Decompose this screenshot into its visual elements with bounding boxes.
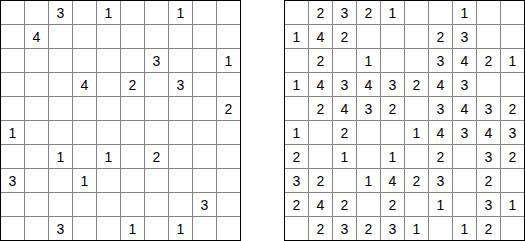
- cell-left-r7c3[interactable]: 1: [49, 145, 72, 168]
- cell-right-r10c4[interactable]: 2: [357, 217, 380, 240]
- cell-left-r8c1[interactable]: 3: [1, 169, 24, 192]
- cell-right-r7c9[interactable]: 3: [477, 145, 500, 168]
- cell-right-r1c7[interactable]: [429, 1, 452, 24]
- cell-right-r7c8[interactable]: [453, 145, 476, 168]
- cell-right-r8c5[interactable]: 4: [381, 169, 404, 192]
- cell-right-r9c7[interactable]: 1: [429, 193, 452, 216]
- cell-left-r3c2[interactable]: [25, 49, 48, 72]
- cell-right-r1c4[interactable]: 2: [357, 1, 380, 24]
- cell-left-r1c9[interactable]: [193, 1, 216, 24]
- cell-right-r4c1[interactable]: 1: [285, 73, 308, 96]
- cell-right-r7c7[interactable]: 2: [429, 145, 452, 168]
- cell-right-r4c3[interactable]: 3: [333, 73, 356, 96]
- cell-right-r7c5[interactable]: 1: [381, 145, 404, 168]
- cell-left-r10c2[interactable]: [25, 217, 48, 240]
- cell-left-r9c1[interactable]: [1, 193, 24, 216]
- cell-left-r7c7[interactable]: 2: [145, 145, 168, 168]
- cell-left-r1c1[interactable]: [1, 1, 24, 24]
- cell-right-r2c10[interactable]: [501, 25, 524, 48]
- cell-left-r2c10[interactable]: [217, 25, 240, 48]
- cell-left-r10c4[interactable]: [73, 217, 96, 240]
- cell-right-r5c6[interactable]: [405, 97, 428, 120]
- cell-left-r9c7[interactable]: [145, 193, 168, 216]
- cell-left-r9c9[interactable]: 3: [193, 193, 216, 216]
- cell-left-r1c3[interactable]: 3: [49, 1, 72, 24]
- cell-left-r2c8[interactable]: [169, 25, 192, 48]
- cell-right-r10c1[interactable]: [285, 217, 308, 240]
- cell-left-r7c6[interactable]: [121, 145, 144, 168]
- cell-right-r5c5[interactable]: 2: [381, 97, 404, 120]
- cell-left-r7c5[interactable]: 1: [97, 145, 120, 168]
- cell-left-r9c2[interactable]: [25, 193, 48, 216]
- cell-right-r1c1[interactable]: [285, 1, 308, 24]
- cell-left-r2c5[interactable]: [97, 25, 120, 48]
- cell-left-r6c2[interactable]: [25, 121, 48, 144]
- cell-left-r5c9[interactable]: [193, 97, 216, 120]
- cell-left-r8c4[interactable]: 1: [73, 169, 96, 192]
- cell-right-r9c6[interactable]: [405, 193, 428, 216]
- cell-left-r9c4[interactable]: [73, 193, 96, 216]
- cell-left-r9c3[interactable]: [49, 193, 72, 216]
- cell-left-r4c3[interactable]: [49, 73, 72, 96]
- cell-right-r7c3[interactable]: 1: [333, 145, 356, 168]
- cell-left-r7c8[interactable]: [169, 145, 192, 168]
- cell-left-r6c3[interactable]: [49, 121, 72, 144]
- cell-right-r7c10[interactable]: 2: [501, 145, 524, 168]
- cell-left-r5c7[interactable]: [145, 97, 168, 120]
- cell-right-r10c5[interactable]: 3: [381, 217, 404, 240]
- cell-left-r4c8[interactable]: 3: [169, 73, 192, 96]
- cell-left-r7c9[interactable]: [193, 145, 216, 168]
- cell-right-r5c1[interactable]: [285, 97, 308, 120]
- cell-right-r3c3[interactable]: [333, 49, 356, 72]
- cell-right-r6c10[interactable]: 3: [501, 121, 524, 144]
- cell-left-r1c6[interactable]: [121, 1, 144, 24]
- cell-left-r3c1[interactable]: [1, 49, 24, 72]
- cell-left-r9c5[interactable]: [97, 193, 120, 216]
- cell-left-r7c4[interactable]: [73, 145, 96, 168]
- cell-left-r1c4[interactable]: [73, 1, 96, 24]
- cell-right-r6c5[interactable]: [381, 121, 404, 144]
- cell-right-r7c1[interactable]: 2: [285, 145, 308, 168]
- cell-right-r5c7[interactable]: 3: [429, 97, 452, 120]
- cell-right-r2c2[interactable]: 4: [309, 25, 332, 48]
- cell-right-r6c7[interactable]: 4: [429, 121, 452, 144]
- cell-left-r3c6[interactable]: [121, 49, 144, 72]
- cell-left-r6c6[interactable]: [121, 121, 144, 144]
- cell-left-r5c4[interactable]: [73, 97, 96, 120]
- cell-right-r5c4[interactable]: 3: [357, 97, 380, 120]
- cell-left-r4c7[interactable]: [145, 73, 168, 96]
- cell-left-r3c7[interactable]: 3: [145, 49, 168, 72]
- cell-left-r2c9[interactable]: [193, 25, 216, 48]
- cell-left-r8c3[interactable]: [49, 169, 72, 192]
- cell-left-r1c5[interactable]: 1: [97, 1, 120, 24]
- cell-right-r7c2[interactable]: [309, 145, 332, 168]
- cell-right-r3c8[interactable]: 4: [453, 49, 476, 72]
- cell-right-r3c9[interactable]: 2: [477, 49, 500, 72]
- cell-right-r1c2[interactable]: 2: [309, 1, 332, 24]
- puzzle-area: 31143142321112313311 2321114223213421143…: [0, 0, 525, 241]
- cell-left-r4c1[interactable]: [1, 73, 24, 96]
- cell-left-r5c10[interactable]: 2: [217, 97, 240, 120]
- cell-left-r3c9[interactable]: [193, 49, 216, 72]
- cell-left-r5c1[interactable]: [1, 97, 24, 120]
- cell-right-r1c6[interactable]: [405, 1, 428, 24]
- cell-right-r3c1[interactable]: [285, 49, 308, 72]
- cell-left-r4c9[interactable]: [193, 73, 216, 96]
- cell-left-r4c6[interactable]: 2: [121, 73, 144, 96]
- cell-right-r4c8[interactable]: 3: [453, 73, 476, 96]
- cell-left-r8c2[interactable]: [25, 169, 48, 192]
- cell-left-r6c5[interactable]: [97, 121, 120, 144]
- cell-left-r9c10[interactable]: [217, 193, 240, 216]
- cell-left-r6c1[interactable]: 1: [1, 121, 24, 144]
- cell-right-r9c2[interactable]: 4: [309, 193, 332, 216]
- cell-right-r1c8[interactable]: 1: [453, 1, 476, 24]
- cell-right-r4c4[interactable]: 4: [357, 73, 380, 96]
- cell-left-r3c4[interactable]: [73, 49, 96, 72]
- cell-left-r8c6[interactable]: [121, 169, 144, 192]
- cell-right-r2c1[interactable]: 1: [285, 25, 308, 48]
- cell-left-r7c1[interactable]: [1, 145, 24, 168]
- cell-right-r8c7[interactable]: 3: [429, 169, 452, 192]
- cell-left-r2c7[interactable]: [145, 25, 168, 48]
- cell-left-r6c10[interactable]: [217, 121, 240, 144]
- right-board: 2321114223213421143432432432343212143432…: [284, 0, 525, 241]
- cell-right-r3c2[interactable]: 2: [309, 49, 332, 72]
- cell-right-r9c1[interactable]: 2: [285, 193, 308, 216]
- cell-right-r1c3[interactable]: 3: [333, 1, 356, 24]
- cell-right-r2c7[interactable]: 2: [429, 25, 452, 48]
- cell-left-r4c4[interactable]: 4: [73, 73, 96, 96]
- cell-right-r5c3[interactable]: 4: [333, 97, 356, 120]
- cell-left-r2c4[interactable]: [73, 25, 96, 48]
- cell-right-r8c4[interactable]: 1: [357, 169, 380, 192]
- cell-right-r6c3[interactable]: 2: [333, 121, 356, 144]
- cell-right-r8c8[interactable]: [453, 169, 476, 192]
- cell-left-r5c2[interactable]: [25, 97, 48, 120]
- cell-left-r1c2[interactable]: [25, 1, 48, 24]
- cell-right-r2c8[interactable]: 3: [453, 25, 476, 48]
- cell-right-r9c9[interactable]: 3: [477, 193, 500, 216]
- cell-right-r3c4[interactable]: 1: [357, 49, 380, 72]
- cell-right-r1c5[interactable]: 1: [381, 1, 404, 24]
- cell-left-r2c2[interactable]: 4: [25, 25, 48, 48]
- cell-right-r10c2[interactable]: 2: [309, 217, 332, 240]
- cell-right-r6c2[interactable]: [309, 121, 332, 144]
- cell-left-r5c8[interactable]: [169, 97, 192, 120]
- cell-left-r8c5[interactable]: [97, 169, 120, 192]
- cell-right-r10c9[interactable]: 2: [477, 217, 500, 240]
- cell-left-r6c7[interactable]: [145, 121, 168, 144]
- cell-left-r3c8[interactable]: [169, 49, 192, 72]
- cell-left-r5c6[interactable]: [121, 97, 144, 120]
- cell-right-r10c10[interactable]: [501, 217, 524, 240]
- cell-right-r2c4[interactable]: [357, 25, 380, 48]
- cell-right-r6c9[interactable]: 4: [477, 121, 500, 144]
- cell-right-r5c10[interactable]: 2: [501, 97, 524, 120]
- cell-right-r4c10[interactable]: [501, 73, 524, 96]
- cell-left-r7c2[interactable]: [25, 145, 48, 168]
- cell-right-r10c6[interactable]: 1: [405, 217, 428, 240]
- cell-right-r8c3[interactable]: [333, 169, 356, 192]
- cell-left-r8c10[interactable]: [217, 169, 240, 192]
- cell-left-r3c10[interactable]: 1: [217, 49, 240, 72]
- cell-right-r8c1[interactable]: 3: [285, 169, 308, 192]
- cell-left-r10c10[interactable]: [217, 217, 240, 240]
- cell-left-r7c10[interactable]: [217, 145, 240, 168]
- cell-left-r10c8[interactable]: 1: [169, 217, 192, 240]
- cell-right-r5c8[interactable]: 4: [453, 97, 476, 120]
- cell-right-r5c2[interactable]: 2: [309, 97, 332, 120]
- cell-right-r10c3[interactable]: 3: [333, 217, 356, 240]
- cell-right-r2c6[interactable]: [405, 25, 428, 48]
- cell-right-r8c9[interactable]: 2: [477, 169, 500, 192]
- cell-left-r1c7[interactable]: [145, 1, 168, 24]
- cell-left-r5c3[interactable]: [49, 97, 72, 120]
- cell-right-r2c3[interactable]: 2: [333, 25, 356, 48]
- cell-left-r9c8[interactable]: [169, 193, 192, 216]
- cell-right-r6c1[interactable]: 1: [285, 121, 308, 144]
- cell-left-r10c3[interactable]: 3: [49, 217, 72, 240]
- cell-right-r2c5[interactable]: [381, 25, 404, 48]
- cell-right-r7c6[interactable]: [405, 145, 428, 168]
- cell-right-r7c4[interactable]: [357, 145, 380, 168]
- cell-right-r1c10[interactable]: [501, 1, 524, 24]
- cell-left-r4c5[interactable]: [97, 73, 120, 96]
- cell-right-r3c5[interactable]: [381, 49, 404, 72]
- cell-right-r8c10[interactable]: [501, 169, 524, 192]
- cell-left-r8c7[interactable]: [145, 169, 168, 192]
- cell-left-r5c5[interactable]: [97, 97, 120, 120]
- cell-left-r6c9[interactable]: [193, 121, 216, 144]
- cell-left-r10c1[interactable]: [1, 217, 24, 240]
- cell-right-r6c4[interactable]: [357, 121, 380, 144]
- cell-right-r2c9[interactable]: [477, 25, 500, 48]
- cell-left-r4c10[interactable]: [217, 73, 240, 96]
- cell-right-r4c7[interactable]: 4: [429, 73, 452, 96]
- cell-left-r10c7[interactable]: [145, 217, 168, 240]
- cell-right-r9c10[interactable]: 1: [501, 193, 524, 216]
- cell-right-r9c3[interactable]: 2: [333, 193, 356, 216]
- cell-left-r2c3[interactable]: [49, 25, 72, 48]
- cell-right-r4c2[interactable]: 4: [309, 73, 332, 96]
- cell-right-r6c6[interactable]: 1: [405, 121, 428, 144]
- cell-left-r3c5[interactable]: [97, 49, 120, 72]
- cell-right-r8c2[interactable]: 2: [309, 169, 332, 192]
- cell-left-r1c10[interactable]: [217, 1, 240, 24]
- cell-right-r10c8[interactable]: 1: [453, 217, 476, 240]
- cell-left-r10c5[interactable]: [97, 217, 120, 240]
- cell-right-r4c6[interactable]: 2: [405, 73, 428, 96]
- cell-left-r6c8[interactable]: [169, 121, 192, 144]
- cell-left-r10c9[interactable]: [193, 217, 216, 240]
- cell-left-r2c1[interactable]: [1, 25, 24, 48]
- cell-left-r8c9[interactable]: [193, 169, 216, 192]
- left-board: 31143142321112313311: [0, 0, 241, 241]
- cell-left-r10c6[interactable]: 1: [121, 217, 144, 240]
- cell-right-r8c6[interactable]: 2: [405, 169, 428, 192]
- cell-left-r3c3[interactable]: [49, 49, 72, 72]
- cell-right-r3c10[interactable]: 1: [501, 49, 524, 72]
- cell-left-r6c4[interactable]: [73, 121, 96, 144]
- cell-right-r6c8[interactable]: 3: [453, 121, 476, 144]
- cell-left-r2c6[interactable]: [121, 25, 144, 48]
- cell-right-r5c9[interactable]: 3: [477, 97, 500, 120]
- cell-right-r9c5[interactable]: 2: [381, 193, 404, 216]
- cell-right-r3c7[interactable]: 3: [429, 49, 452, 72]
- cell-left-r4c2[interactable]: [25, 73, 48, 96]
- cell-right-r4c5[interactable]: 3: [381, 73, 404, 96]
- cell-right-r4c9[interactable]: [477, 73, 500, 96]
- cell-left-r9c6[interactable]: [121, 193, 144, 216]
- cell-right-r9c4[interactable]: [357, 193, 380, 216]
- cell-right-r9c8[interactable]: [453, 193, 476, 216]
- cell-right-r3c6[interactable]: [405, 49, 428, 72]
- cell-left-r1c8[interactable]: 1: [169, 1, 192, 24]
- cell-right-r1c9[interactable]: [477, 1, 500, 24]
- cell-right-r10c7[interactable]: [429, 217, 452, 240]
- cell-left-r8c8[interactable]: [169, 169, 192, 192]
